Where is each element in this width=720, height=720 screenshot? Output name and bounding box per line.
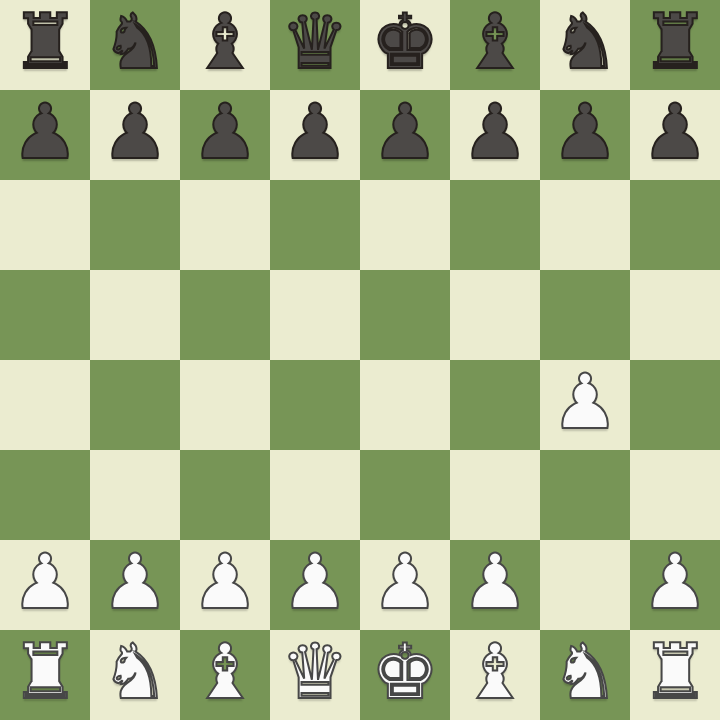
white-bishop[interactable]: ♝ bbox=[461, 627, 529, 717]
square-g5[interactable] bbox=[540, 270, 630, 360]
white-knight[interactable]: ♞ bbox=[101, 627, 169, 717]
square-c6[interactable] bbox=[180, 180, 270, 270]
black-pawn[interactable]: ♟ bbox=[641, 87, 709, 177]
square-h6[interactable] bbox=[630, 180, 720, 270]
square-a1[interactable]: ♜ bbox=[0, 630, 90, 720]
black-knight[interactable]: ♞ bbox=[101, 0, 169, 87]
white-pawn[interactable]: ♟ bbox=[191, 537, 259, 627]
square-d3[interactable] bbox=[270, 450, 360, 540]
black-pawn[interactable]: ♟ bbox=[551, 87, 619, 177]
square-f8[interactable]: ♝ bbox=[450, 0, 540, 90]
square-g4[interactable]: ♟ bbox=[540, 360, 630, 450]
square-e5[interactable] bbox=[360, 270, 450, 360]
square-e3[interactable] bbox=[360, 450, 450, 540]
square-c4[interactable] bbox=[180, 360, 270, 450]
square-e1[interactable]: ♚ bbox=[360, 630, 450, 720]
square-d6[interactable] bbox=[270, 180, 360, 270]
square-f3[interactable] bbox=[450, 450, 540, 540]
square-g7[interactable]: ♟ bbox=[540, 90, 630, 180]
white-queen[interactable]: ♛ bbox=[281, 627, 349, 717]
square-d4[interactable] bbox=[270, 360, 360, 450]
black-rook[interactable]: ♜ bbox=[641, 0, 709, 87]
chess-board-container: ♜♞♝♛♚♝♞♜♟♟♟♟♟♟♟♟♟♟♟♟♟♟♟♟♜♞♝♛♚♝♞♜ bbox=[0, 0, 720, 720]
square-g6[interactable] bbox=[540, 180, 630, 270]
square-c3[interactable] bbox=[180, 450, 270, 540]
white-king[interactable]: ♚ bbox=[371, 627, 439, 717]
black-pawn[interactable]: ♟ bbox=[191, 87, 259, 177]
square-d1[interactable]: ♛ bbox=[270, 630, 360, 720]
square-f2[interactable]: ♟ bbox=[450, 540, 540, 630]
square-d8[interactable]: ♛ bbox=[270, 0, 360, 90]
black-knight[interactable]: ♞ bbox=[551, 0, 619, 87]
white-pawn[interactable]: ♟ bbox=[641, 537, 709, 627]
square-g3[interactable] bbox=[540, 450, 630, 540]
white-pawn[interactable]: ♟ bbox=[101, 537, 169, 627]
black-rook[interactable]: ♜ bbox=[11, 0, 79, 87]
square-a6[interactable] bbox=[0, 180, 90, 270]
square-d2[interactable]: ♟ bbox=[270, 540, 360, 630]
square-b2[interactable]: ♟ bbox=[90, 540, 180, 630]
square-d7[interactable]: ♟ bbox=[270, 90, 360, 180]
square-h8[interactable]: ♜ bbox=[630, 0, 720, 90]
white-pawn[interactable]: ♟ bbox=[371, 537, 439, 627]
square-b4[interactable] bbox=[90, 360, 180, 450]
black-pawn[interactable]: ♟ bbox=[101, 87, 169, 177]
square-b3[interactable] bbox=[90, 450, 180, 540]
square-a5[interactable] bbox=[0, 270, 90, 360]
square-f4[interactable] bbox=[450, 360, 540, 450]
square-c1[interactable]: ♝ bbox=[180, 630, 270, 720]
square-g1[interactable]: ♞ bbox=[540, 630, 630, 720]
white-pawn[interactable]: ♟ bbox=[551, 357, 619, 447]
black-pawn[interactable]: ♟ bbox=[461, 87, 529, 177]
square-h3[interactable] bbox=[630, 450, 720, 540]
white-rook[interactable]: ♜ bbox=[11, 627, 79, 717]
white-pawn[interactable]: ♟ bbox=[11, 537, 79, 627]
square-a8[interactable]: ♜ bbox=[0, 0, 90, 90]
square-f5[interactable] bbox=[450, 270, 540, 360]
square-d5[interactable] bbox=[270, 270, 360, 360]
white-pawn[interactable]: ♟ bbox=[461, 537, 529, 627]
white-pawn[interactable]: ♟ bbox=[281, 537, 349, 627]
black-queen[interactable]: ♛ bbox=[281, 0, 349, 87]
white-rook[interactable]: ♜ bbox=[641, 627, 709, 717]
square-a3[interactable] bbox=[0, 450, 90, 540]
square-g2[interactable] bbox=[540, 540, 630, 630]
square-h1[interactable]: ♜ bbox=[630, 630, 720, 720]
square-c8[interactable]: ♝ bbox=[180, 0, 270, 90]
square-c2[interactable]: ♟ bbox=[180, 540, 270, 630]
square-b8[interactable]: ♞ bbox=[90, 0, 180, 90]
square-b1[interactable]: ♞ bbox=[90, 630, 180, 720]
square-e2[interactable]: ♟ bbox=[360, 540, 450, 630]
square-f7[interactable]: ♟ bbox=[450, 90, 540, 180]
square-a2[interactable]: ♟ bbox=[0, 540, 90, 630]
black-pawn[interactable]: ♟ bbox=[281, 87, 349, 177]
square-e7[interactable]: ♟ bbox=[360, 90, 450, 180]
square-c7[interactable]: ♟ bbox=[180, 90, 270, 180]
square-h4[interactable] bbox=[630, 360, 720, 450]
square-b7[interactable]: ♟ bbox=[90, 90, 180, 180]
chess-board: ♜♞♝♛♚♝♞♜♟♟♟♟♟♟♟♟♟♟♟♟♟♟♟♟♜♞♝♛♚♝♞♜ bbox=[0, 0, 720, 720]
square-h7[interactable]: ♟ bbox=[630, 90, 720, 180]
square-e6[interactable] bbox=[360, 180, 450, 270]
square-a4[interactable] bbox=[0, 360, 90, 450]
square-b5[interactable] bbox=[90, 270, 180, 360]
black-king[interactable]: ♚ bbox=[371, 0, 439, 87]
white-knight[interactable]: ♞ bbox=[551, 627, 619, 717]
white-bishop[interactable]: ♝ bbox=[191, 627, 259, 717]
square-h5[interactable] bbox=[630, 270, 720, 360]
square-c5[interactable] bbox=[180, 270, 270, 360]
square-g8[interactable]: ♞ bbox=[540, 0, 630, 90]
black-pawn[interactable]: ♟ bbox=[371, 87, 439, 177]
square-h2[interactable]: ♟ bbox=[630, 540, 720, 630]
square-b6[interactable] bbox=[90, 180, 180, 270]
square-f1[interactable]: ♝ bbox=[450, 630, 540, 720]
black-bishop[interactable]: ♝ bbox=[461, 0, 529, 87]
black-bishop[interactable]: ♝ bbox=[191, 0, 259, 87]
square-e4[interactable] bbox=[360, 360, 450, 450]
square-e8[interactable]: ♚ bbox=[360, 0, 450, 90]
square-a7[interactable]: ♟ bbox=[0, 90, 90, 180]
black-pawn[interactable]: ♟ bbox=[11, 87, 79, 177]
square-f6[interactable] bbox=[450, 180, 540, 270]
